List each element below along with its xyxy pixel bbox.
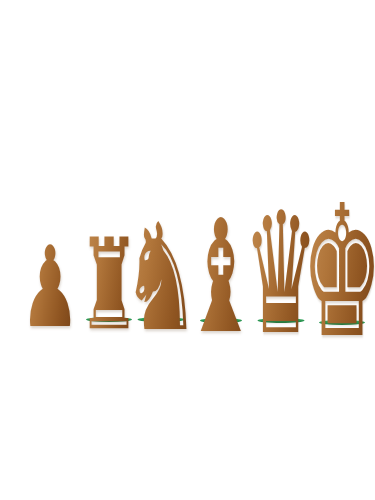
chess-piece-lineup: ♟ ♜ ♞ ♝ ♛ ♚ [0,0,375,500]
king-piece: ♚ [301,181,375,363]
pawn-piece: ♟ [20,231,80,343]
